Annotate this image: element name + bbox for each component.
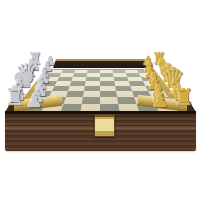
brass-clasp [94,114,115,137]
chess-set-photo: ♜♟♞♟♝♟♛♟♚♟♝♟♞♟♜♟♜♟♞♟♝♟♚♟♛♟♝♟♞♟♜♟ [0,0,200,200]
chess-piece-b: ♝ [159,61,175,79]
chess-piece-b: ♝ [22,61,38,79]
chess-piece-q: ♛ [15,61,37,86]
chess-piece-r: ♜ [152,51,166,67]
board-square [82,97,100,104]
board-square [100,97,118,104]
board-back-rail [53,59,153,68]
board-square [64,97,83,104]
chess-piece-n: ♞ [25,56,40,73]
chess-piece-n: ♞ [156,56,171,73]
chess-piece-r: ♜ [28,51,42,67]
